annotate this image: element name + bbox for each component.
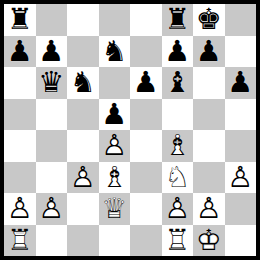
square-c7[interactable] [67,36,99,68]
square-f1[interactable]: ♜♖ [162,225,194,257]
square-b5[interactable] [36,99,68,131]
white-bishop[interactable]: ♗ [162,130,194,162]
square-d1[interactable] [99,225,131,257]
square-f5[interactable] [162,99,194,131]
square-e8[interactable] [130,4,162,36]
square-b2[interactable]: ♟♙ [36,193,68,225]
square-h7[interactable] [225,36,257,68]
white-pawn[interactable]: ♙ [162,193,194,225]
square-h1[interactable] [225,225,257,257]
black-pawn[interactable]: ♟ [130,67,162,99]
black-bishop[interactable]: ♝ [162,67,194,99]
square-e5[interactable] [130,99,162,131]
square-e4[interactable] [130,130,162,162]
square-g2[interactable]: ♟♙ [193,193,225,225]
square-c8[interactable] [67,4,99,36]
black-knight[interactable]: ♞ [67,67,99,99]
square-f7[interactable]: ♟ [162,36,194,68]
square-d2[interactable]: ♛♕ [99,193,131,225]
square-e1[interactable] [130,225,162,257]
white-pawn[interactable]: ♙ [99,130,131,162]
square-b8[interactable] [36,4,68,36]
square-h8[interactable] [225,4,257,36]
square-g7[interactable]: ♟ [193,36,225,68]
square-h2[interactable] [225,193,257,225]
square-d7[interactable]: ♞ [99,36,131,68]
square-d6[interactable] [99,67,131,99]
square-g3[interactable] [193,162,225,194]
white-pawn[interactable]: ♙ [193,193,225,225]
square-d8[interactable] [99,4,131,36]
white-bishop[interactable]: ♗ [99,162,131,194]
square-e6[interactable]: ♟ [130,67,162,99]
black-pawn[interactable]: ♟ [193,36,225,68]
square-f6[interactable]: ♝ [162,67,194,99]
square-c2[interactable] [67,193,99,225]
black-pawn[interactable]: ♟ [99,99,131,131]
square-c3[interactable]: ♟♙ [67,162,99,194]
square-f2[interactable]: ♟♙ [162,193,194,225]
chess-board: ♜♜♚♟♟♞♟♟♛♞♟♝♟♟♟♙♝♗♟♙♝♗♞♘♟♙♟♙♟♙♛♕♟♙♟♙♜♖♜♖… [4,4,256,256]
black-knight[interactable]: ♞ [99,36,131,68]
white-queen[interactable]: ♕ [99,193,131,225]
square-b3[interactable] [36,162,68,194]
square-f4[interactable]: ♝♗ [162,130,194,162]
square-c5[interactable] [67,99,99,131]
square-e3[interactable] [130,162,162,194]
black-pawn[interactable]: ♟ [36,36,68,68]
black-rook[interactable]: ♜ [162,4,194,36]
white-pawn[interactable]: ♙ [4,193,36,225]
square-e2[interactable] [130,193,162,225]
square-e7[interactable] [130,36,162,68]
black-rook[interactable]: ♜ [4,4,36,36]
square-h3[interactable]: ♟♙ [225,162,257,194]
white-king[interactable]: ♔ [193,225,225,257]
white-rook[interactable]: ♖ [4,225,36,257]
square-d5[interactable]: ♟ [99,99,131,131]
square-b1[interactable] [36,225,68,257]
square-g4[interactable] [193,130,225,162]
square-h5[interactable] [225,99,257,131]
white-knight[interactable]: ♘ [162,162,194,194]
white-pawn[interactable]: ♙ [36,193,68,225]
white-pawn[interactable]: ♙ [225,162,257,194]
square-c4[interactable] [67,130,99,162]
square-a2[interactable]: ♟♙ [4,193,36,225]
square-a8[interactable]: ♜ [4,4,36,36]
black-pawn[interactable]: ♟ [225,67,257,99]
square-f8[interactable]: ♜ [162,4,194,36]
black-pawn[interactable]: ♟ [4,36,36,68]
white-rook[interactable]: ♖ [162,225,194,257]
square-c6[interactable]: ♞ [67,67,99,99]
square-g1[interactable]: ♚♔ [193,225,225,257]
square-c1[interactable] [67,225,99,257]
black-king[interactable]: ♚ [193,4,225,36]
square-a1[interactable]: ♜♖ [4,225,36,257]
chess-board-frame: ♜♜♚♟♟♞♟♟♛♞♟♝♟♟♟♙♝♗♟♙♝♗♞♘♟♙♟♙♟♙♛♕♟♙♟♙♜♖♜♖… [0,0,260,260]
square-h6[interactable]: ♟ [225,67,257,99]
square-a7[interactable]: ♟ [4,36,36,68]
square-g5[interactable] [193,99,225,131]
square-a4[interactable] [4,130,36,162]
square-g8[interactable]: ♚ [193,4,225,36]
square-d4[interactable]: ♟♙ [99,130,131,162]
square-a5[interactable] [4,99,36,131]
black-queen[interactable]: ♛ [36,67,68,99]
square-h4[interactable] [225,130,257,162]
square-d3[interactable]: ♝♗ [99,162,131,194]
square-a6[interactable] [4,67,36,99]
square-f3[interactable]: ♞♘ [162,162,194,194]
square-a3[interactable] [4,162,36,194]
black-pawn[interactable]: ♟ [162,36,194,68]
white-pawn[interactable]: ♙ [67,162,99,194]
square-b7[interactable]: ♟ [36,36,68,68]
square-b4[interactable] [36,130,68,162]
square-g6[interactable] [193,67,225,99]
square-b6[interactable]: ♛ [36,67,68,99]
